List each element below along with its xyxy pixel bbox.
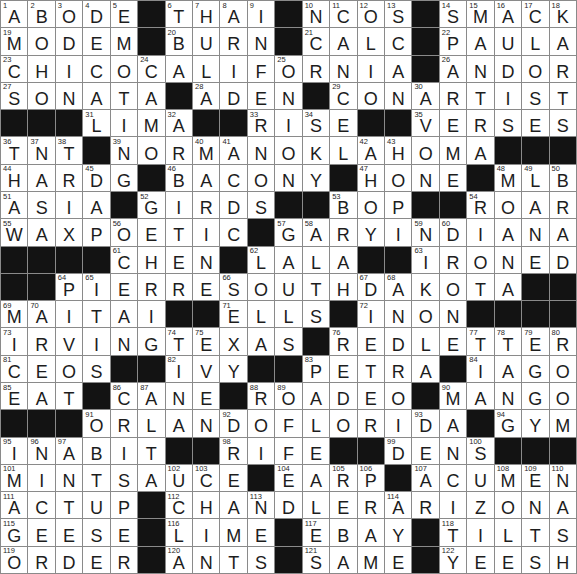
grid-cell[interactable]: S <box>275 328 301 354</box>
grid-cell[interactable]: 121S <box>303 547 329 573</box>
grid-cell[interactable]: V <box>193 356 219 382</box>
grid-cell[interactable]: A <box>440 410 466 436</box>
grid-cell[interactable]: 73I <box>1 328 27 354</box>
grid-cell[interactable]: Y <box>522 410 548 436</box>
grid-cell[interactable]: 36T <box>1 137 27 163</box>
grid-cell[interactable]: V <box>56 328 82 354</box>
grid-cell[interactable]: N <box>495 383 521 409</box>
grid-cell[interactable]: S <box>522 83 548 109</box>
grid-cell[interactable]: O <box>248 274 274 300</box>
grid-cell[interactable]: N <box>56 465 82 491</box>
grid-cell[interactable]: E <box>111 519 137 545</box>
grid-cell[interactable]: E <box>193 383 219 409</box>
grid-cell[interactable]: N <box>193 247 219 273</box>
grid-cell[interactable]: S <box>83 519 109 545</box>
grid-cell[interactable]: L <box>193 56 219 82</box>
grid-cell[interactable]: T <box>56 383 82 409</box>
grid-cell[interactable]: 77T <box>467 328 493 354</box>
grid-cell[interactable]: E <box>358 328 384 354</box>
grid-cell[interactable]: 18K <box>550 1 576 27</box>
grid-cell[interactable]: O <box>412 301 438 327</box>
grid-cell[interactable]: 43H <box>385 137 411 163</box>
grid-cell[interactable]: S <box>111 465 137 491</box>
grid-cell[interactable]: F <box>275 438 301 464</box>
grid-cell[interactable]: S <box>83 356 109 382</box>
grid-cell[interactable]: E <box>193 274 219 300</box>
grid-cell[interactable]: A <box>522 192 548 218</box>
grid-cell[interactable]: 60D <box>440 219 466 245</box>
grid-cell[interactable]: U <box>83 492 109 518</box>
grid-cell[interactable]: I <box>248 438 274 464</box>
grid-cell[interactable]: A <box>28 165 54 191</box>
grid-cell[interactable]: I <box>111 110 137 136</box>
grid-cell[interactable]: 13S <box>385 1 411 27</box>
grid-cell[interactable]: 87A <box>138 383 164 409</box>
grid-cell[interactable]: M <box>358 547 384 573</box>
grid-cell[interactable]: O <box>28 28 54 54</box>
grid-cell[interactable]: A <box>495 274 521 300</box>
grid-cell[interactable]: 122Y <box>440 547 466 573</box>
grid-cell[interactable]: 93D <box>412 410 438 436</box>
grid-cell[interactable]: U <box>193 28 219 54</box>
grid-cell[interactable]: D <box>220 192 246 218</box>
grid-cell[interactable]: O <box>495 192 521 218</box>
grid-cell[interactable]: S <box>248 192 274 218</box>
grid-cell[interactable]: 37N <box>28 137 54 163</box>
grid-cell[interactable]: O <box>358 83 384 109</box>
grid-cell[interactable]: D <box>275 492 301 518</box>
grid-cell[interactable]: E <box>440 328 466 354</box>
grid-cell[interactable]: A <box>166 410 192 436</box>
grid-cell[interactable]: T <box>550 83 576 109</box>
grid-cell[interactable]: 32A <box>166 110 192 136</box>
grid-cell[interactable]: 52G <box>138 192 164 218</box>
grid-cell[interactable]: N <box>193 547 219 573</box>
grid-cell[interactable]: T <box>220 547 246 573</box>
grid-cell[interactable]: T <box>138 438 164 464</box>
grid-cell[interactable]: I <box>275 110 301 136</box>
grid-cell[interactable]: O <box>358 192 384 218</box>
grid-cell[interactable]: O <box>138 137 164 163</box>
grid-cell[interactable]: O <box>248 165 274 191</box>
grid-cell[interactable]: I <box>358 56 384 82</box>
grid-cell[interactable]: O <box>385 383 411 409</box>
grid-cell[interactable]: 25O <box>275 56 301 82</box>
grid-cell[interactable]: E <box>28 356 54 382</box>
grid-cell[interactable]: E <box>495 547 521 573</box>
grid-cell[interactable]: 109E <box>522 465 548 491</box>
grid-cell[interactable]: R <box>111 410 137 436</box>
grid-cell[interactable]: 111A <box>1 492 27 518</box>
grid-cell[interactable]: 113N <box>248 492 274 518</box>
grid-cell[interactable]: O <box>550 356 576 382</box>
grid-cell[interactable]: R <box>111 547 137 573</box>
grid-cell[interactable]: I <box>193 519 219 545</box>
grid-cell[interactable]: F <box>275 410 301 436</box>
grid-cell[interactable]: 70A <box>28 301 54 327</box>
grid-cell[interactable]: 21C <box>303 28 329 54</box>
grid-cell[interactable]: 8A <box>220 1 246 27</box>
grid-cell[interactable]: H <box>28 56 54 82</box>
grid-cell[interactable]: 114A <box>385 492 411 518</box>
grid-cell[interactable]: N <box>440 301 466 327</box>
grid-cell[interactable]: I <box>467 519 493 545</box>
grid-cell[interactable]: P <box>111 492 137 518</box>
grid-cell[interactable]: 42A <box>358 137 384 163</box>
grid-cell[interactable]: R <box>440 83 466 109</box>
grid-cell[interactable]: C <box>220 165 246 191</box>
grid-cell[interactable]: 20B <box>166 28 192 54</box>
grid-cell[interactable]: 57G <box>275 219 301 245</box>
grid-cell[interactable]: I <box>193 219 219 245</box>
grid-cell[interactable]: E <box>358 383 384 409</box>
grid-cell[interactable]: M <box>550 410 576 436</box>
grid-cell[interactable]: A <box>330 247 356 273</box>
grid-cell[interactable]: E <box>330 356 356 382</box>
grid-cell[interactable]: 35V <box>412 110 438 136</box>
grid-cell[interactable]: 71E <box>220 301 246 327</box>
grid-cell[interactable]: 90M <box>440 383 466 409</box>
grid-cell[interactable]: N <box>193 410 219 436</box>
grid-cell[interactable]: E <box>138 219 164 245</box>
grid-cell[interactable]: 28A <box>193 83 219 109</box>
grid-cell[interactable]: S <box>522 547 548 573</box>
grid-cell[interactable]: U <box>275 274 301 300</box>
grid-cell[interactable]: I <box>83 328 109 354</box>
grid-cell[interactable]: U <box>467 465 493 491</box>
grid-cell[interactable]: F <box>248 56 274 82</box>
grid-cell[interactable]: A <box>111 301 137 327</box>
grid-cell[interactable]: 1A <box>1 1 27 27</box>
grid-cell[interactable]: I <box>495 83 521 109</box>
grid-cell[interactable]: A <box>467 137 493 163</box>
grid-cell[interactable]: 24C <box>138 56 164 82</box>
grid-cell[interactable]: E <box>56 519 82 545</box>
grid-cell[interactable]: I <box>56 301 82 327</box>
grid-cell[interactable]: 16A <box>495 1 521 27</box>
grid-cell[interactable]: Y <box>385 519 411 545</box>
grid-cell[interactable]: D <box>495 56 521 82</box>
grid-cell[interactable]: X <box>56 219 82 245</box>
grid-cell[interactable]: D <box>220 83 246 109</box>
grid-cell[interactable]: 79E <box>522 328 548 354</box>
grid-cell[interactable]: E <box>440 110 466 136</box>
grid-cell[interactable]: 112C <box>166 492 192 518</box>
grid-cell[interactable]: 82I <box>166 356 192 382</box>
grid-cell[interactable]: T <box>467 274 493 300</box>
grid-cell[interactable]: N <box>275 83 301 109</box>
grid-cell[interactable]: 108M <box>495 465 521 491</box>
grid-cell[interactable]: M <box>111 28 137 54</box>
grid-cell[interactable]: A <box>220 492 246 518</box>
grid-cell[interactable]: B <box>330 519 356 545</box>
grid-cell[interactable]: I <box>56 56 82 82</box>
grid-cell[interactable]: 64P <box>56 274 82 300</box>
grid-cell[interactable]: E <box>303 438 329 464</box>
grid-cell[interactable]: N <box>385 301 411 327</box>
grid-cell[interactable]: 119O <box>1 547 27 573</box>
grid-cell[interactable]: P <box>83 219 109 245</box>
grid-cell[interactable]: A <box>330 28 356 54</box>
grid-cell[interactable]: B <box>83 438 109 464</box>
grid-cell[interactable]: D <box>550 247 576 273</box>
grid-cell[interactable]: E <box>83 547 109 573</box>
grid-cell[interactable]: E <box>248 83 274 109</box>
grid-cell[interactable]: A <box>275 247 301 273</box>
grid-cell[interactable]: 56O <box>111 219 137 245</box>
grid-cell[interactable]: O <box>28 83 54 109</box>
grid-cell[interactable]: R <box>166 137 192 163</box>
grid-cell[interactable]: A <box>550 219 576 245</box>
grid-cell[interactable]: N <box>440 438 466 464</box>
grid-cell[interactable]: T <box>56 492 82 518</box>
grid-cell[interactable]: N <box>330 56 356 82</box>
grid-cell[interactable]: I <box>467 219 493 245</box>
grid-cell[interactable]: 7H <box>193 1 219 27</box>
grid-cell[interactable]: R <box>467 110 493 136</box>
grid-cell[interactable]: L <box>495 519 521 545</box>
grid-cell[interactable]: M <box>440 137 466 163</box>
grid-cell[interactable]: 47H <box>358 165 384 191</box>
grid-cell[interactable]: E <box>166 247 192 273</box>
grid-cell[interactable]: C <box>440 465 466 491</box>
grid-cell[interactable]: 78T <box>495 328 521 354</box>
grid-cell[interactable]: 15M <box>467 1 493 27</box>
grid-cell[interactable]: 115G <box>1 519 27 545</box>
grid-cell[interactable]: O <box>522 56 548 82</box>
grid-cell[interactable]: 120A <box>166 547 192 573</box>
grid-cell[interactable]: 48M <box>495 165 521 191</box>
grid-cell[interactable]: L <box>358 28 384 54</box>
grid-cell[interactable]: 69M <box>1 301 27 327</box>
grid-cell[interactable]: 103C <box>193 465 219 491</box>
grid-cell[interactable]: L <box>330 137 356 163</box>
grid-cell[interactable]: 104E <box>275 465 301 491</box>
grid-cell[interactable]: 11C <box>330 1 356 27</box>
grid-cell[interactable]: A <box>138 465 164 491</box>
grid-cell[interactable]: C <box>28 492 54 518</box>
grid-cell[interactable]: I <box>28 465 54 491</box>
grid-cell[interactable]: E <box>522 110 548 136</box>
grid-cell[interactable]: R <box>28 547 54 573</box>
grid-cell[interactable]: O <box>330 410 356 436</box>
grid-cell[interactable]: 68A <box>385 274 411 300</box>
grid-cell[interactable]: T <box>111 83 137 109</box>
grid-cell[interactable]: 116L <box>166 519 192 545</box>
grid-cell[interactable]: S <box>550 110 576 136</box>
grid-cell[interactable]: O <box>248 410 274 436</box>
grid-cell[interactable]: E <box>412 438 438 464</box>
grid-cell[interactable]: 46B <box>166 165 192 191</box>
grid-cell[interactable]: A <box>166 56 192 82</box>
grid-cell[interactable]: 19M <box>1 28 27 54</box>
grid-cell[interactable]: E <box>220 465 246 491</box>
grid-cell[interactable]: 66S <box>220 274 246 300</box>
grid-cell[interactable]: T <box>467 83 493 109</box>
grid-cell[interactable]: 53B <box>330 192 356 218</box>
grid-cell[interactable]: 49L <box>522 165 548 191</box>
grid-cell[interactable]: L <box>303 410 329 436</box>
grid-cell[interactable]: T <box>83 301 109 327</box>
grid-cell[interactable]: 14S <box>440 1 466 27</box>
grid-cell[interactable]: L <box>412 328 438 354</box>
grid-cell[interactable]: R <box>56 165 82 191</box>
grid-cell[interactable]: N <box>495 247 521 273</box>
grid-cell[interactable]: E <box>330 110 356 136</box>
grid-cell[interactable]: E <box>248 519 274 545</box>
grid-cell[interactable]: N <box>275 165 301 191</box>
grid-cell[interactable]: L <box>275 301 301 327</box>
grid-cell[interactable]: O <box>495 492 521 518</box>
grid-cell[interactable]: A <box>330 547 356 573</box>
grid-cell[interactable]: A <box>193 165 219 191</box>
grid-cell[interactable]: C <box>83 56 109 82</box>
grid-cell[interactable]: 50B <box>550 165 576 191</box>
grid-cell[interactable]: I <box>111 438 137 464</box>
grid-cell[interactable]: N <box>385 83 411 109</box>
grid-cell[interactable]: 45D <box>83 165 109 191</box>
grid-cell[interactable]: 84I <box>467 356 493 382</box>
grid-cell[interactable]: D <box>330 383 356 409</box>
grid-cell[interactable]: R <box>166 274 192 300</box>
grid-cell[interactable]: 105R <box>330 465 356 491</box>
grid-cell[interactable]: 29C <box>330 83 356 109</box>
grid-cell[interactable]: D <box>56 28 82 54</box>
grid-cell[interactable]: S <box>303 301 329 327</box>
grid-cell[interactable]: 39N <box>111 137 137 163</box>
grid-cell[interactable]: A <box>28 219 54 245</box>
grid-cell[interactable]: O <box>412 137 438 163</box>
grid-cell[interactable]: R <box>358 492 384 518</box>
grid-cell[interactable]: S <box>28 192 54 218</box>
grid-cell[interactable]: R <box>303 56 329 82</box>
grid-cell[interactable]: M <box>138 110 164 136</box>
grid-cell[interactable]: 74T <box>166 328 192 354</box>
grid-cell[interactable]: Z <box>467 492 493 518</box>
grid-cell[interactable]: R <box>412 492 438 518</box>
grid-cell[interactable]: A <box>83 192 109 218</box>
grid-cell[interactable]: O <box>111 56 137 82</box>
grid-cell[interactable]: R <box>193 192 219 218</box>
grid-cell[interactable]: 44H <box>1 165 27 191</box>
grid-cell[interactable]: 58A <box>303 219 329 245</box>
grid-cell[interactable]: 3O <box>56 1 82 27</box>
grid-cell[interactable]: C <box>385 28 411 54</box>
grid-cell[interactable]: 98R <box>220 438 246 464</box>
grid-cell[interactable]: S <box>248 547 274 573</box>
grid-cell[interactable]: N <box>522 492 548 518</box>
grid-cell[interactable]: I <box>56 192 82 218</box>
grid-cell[interactable]: A <box>83 83 109 109</box>
grid-cell[interactable]: E <box>83 28 109 54</box>
grid-cell[interactable]: R <box>385 356 411 382</box>
grid-cell[interactable]: 110N <box>550 465 576 491</box>
grid-cell[interactable]: 12O <box>358 1 384 27</box>
grid-cell[interactable]: 33R <box>248 110 274 136</box>
grid-cell[interactable]: E <box>467 547 493 573</box>
grid-cell[interactable]: 89O <box>275 383 301 409</box>
grid-cell[interactable]: O <box>275 137 301 163</box>
grid-cell[interactable]: 38T <box>56 137 82 163</box>
grid-cell[interactable]: 118T <box>440 519 466 545</box>
grid-cell[interactable]: H <box>330 274 356 300</box>
grid-cell[interactable]: R <box>330 219 356 245</box>
grid-cell[interactable]: N <box>248 28 274 54</box>
grid-cell[interactable]: R <box>28 328 54 354</box>
grid-cell[interactable]: 96N <box>28 438 54 464</box>
grid-cell[interactable]: I <box>220 56 246 82</box>
grid-cell[interactable]: A <box>550 28 576 54</box>
grid-cell[interactable]: N <box>522 219 548 245</box>
grid-cell[interactable]: L <box>138 410 164 436</box>
grid-cell[interactable]: R <box>220 28 246 54</box>
grid-cell[interactable]: N <box>467 56 493 82</box>
grid-cell[interactable]: 75E <box>193 328 219 354</box>
grid-cell[interactable]: T <box>83 465 109 491</box>
grid-cell[interactable]: L <box>303 492 329 518</box>
grid-cell[interactable]: 22P <box>440 28 466 54</box>
grid-cell[interactable]: S <box>550 519 576 545</box>
grid-cell[interactable]: A <box>495 219 521 245</box>
grid-cell[interactable]: 106P <box>358 465 384 491</box>
grid-cell[interactable]: 9I <box>248 1 274 27</box>
grid-cell[interactable]: 26A <box>440 56 466 82</box>
grid-cell[interactable]: I <box>166 192 192 218</box>
grid-cell[interactable]: N <box>111 328 137 354</box>
grid-cell[interactable]: 83P <box>303 356 329 382</box>
grid-cell[interactable]: 95I <box>1 438 27 464</box>
grid-cell[interactable]: 86C <box>111 383 137 409</box>
grid-cell[interactable]: R <box>440 247 466 273</box>
grid-cell[interactable]: E <box>385 547 411 573</box>
grid-cell[interactable]: 94G <box>495 410 521 436</box>
grid-cell[interactable]: O <box>56 356 82 382</box>
grid-cell[interactable]: 80R <box>550 328 576 354</box>
grid-cell[interactable]: 4D <box>83 1 109 27</box>
grid-cell[interactable]: 23C <box>1 56 27 82</box>
grid-cell[interactable]: O <box>550 383 576 409</box>
grid-cell[interactable]: G <box>111 165 137 191</box>
grid-cell[interactable]: 65I <box>83 274 109 300</box>
grid-cell[interactable]: P <box>385 192 411 218</box>
grid-cell[interactable]: A <box>28 383 54 409</box>
grid-cell[interactable]: 92D <box>220 410 246 436</box>
grid-cell[interactable]: 27S <box>1 83 27 109</box>
grid-cell[interactable]: T <box>166 219 192 245</box>
grid-cell[interactable]: H <box>138 247 164 273</box>
grid-cell[interactable]: R <box>138 274 164 300</box>
grid-cell[interactable]: 5E <box>111 1 137 27</box>
grid-cell[interactable]: G <box>138 328 164 354</box>
grid-cell[interactable]: 67D <box>358 274 384 300</box>
grid-cell[interactable]: L <box>248 301 274 327</box>
grid-cell[interactable]: S <box>495 110 521 136</box>
grid-cell[interactable]: A <box>358 519 384 545</box>
grid-cell[interactable]: 88R <box>248 383 274 409</box>
grid-cell[interactable]: T <box>358 356 384 382</box>
grid-cell[interactable]: 97A <box>56 438 82 464</box>
grid-cell[interactable]: 55W <box>1 219 27 245</box>
grid-cell[interactable]: 10N <box>303 1 329 27</box>
grid-cell[interactable]: M <box>220 519 246 545</box>
grid-cell[interactable]: E <box>28 519 54 545</box>
grid-cell[interactable]: 30A <box>412 83 438 109</box>
grid-cell[interactable]: A <box>248 328 274 354</box>
grid-cell[interactable]: U <box>495 28 521 54</box>
grid-cell[interactable]: G <box>522 383 548 409</box>
grid-cell[interactable]: E <box>330 492 356 518</box>
grid-cell[interactable]: 101M <box>1 465 27 491</box>
